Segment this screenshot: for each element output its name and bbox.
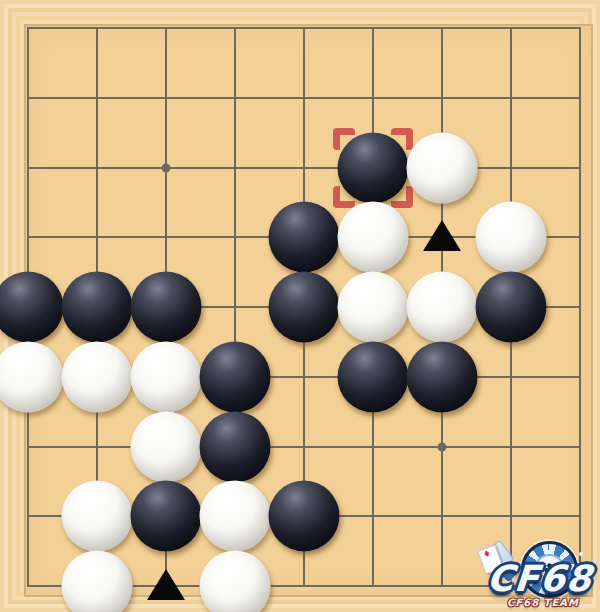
white-stone [131, 411, 202, 482]
triangle-mark [423, 220, 461, 251]
white-stone [407, 132, 478, 203]
black-stone [200, 411, 271, 482]
white-stone [200, 481, 271, 552]
black-stone [476, 272, 547, 343]
white-stone [476, 202, 547, 273]
triangle-mark [147, 569, 185, 600]
white-stone [62, 481, 133, 552]
star-point [438, 442, 447, 451]
black-stone [269, 202, 340, 273]
watermark-subtitle: CF68 TEAM [493, 598, 593, 608]
black-stone [338, 341, 409, 412]
white-stone [338, 272, 409, 343]
black-stone [131, 272, 202, 343]
sparkle-icon [579, 552, 583, 556]
watermark-title: CF68 [477, 561, 600, 597]
black-stone [407, 341, 478, 412]
black-stone [200, 341, 271, 412]
go-app-screen: ♦ ♣ CF68 CF68 TEAM [0, 0, 600, 612]
white-stone [62, 341, 133, 412]
watermark-logo: ♦ ♣ CF68 CF68 TEAM [479, 540, 600, 612]
black-stone [269, 481, 340, 552]
black-stone [338, 132, 409, 203]
star-point [162, 163, 171, 172]
grid-line-horizontal [27, 446, 581, 448]
white-stone [131, 341, 202, 412]
white-stone [62, 551, 133, 612]
black-stone [269, 272, 340, 343]
black-stone [131, 481, 202, 552]
white-stone [407, 272, 478, 343]
white-stone [338, 202, 409, 273]
grid-line-vertical [579, 27, 581, 587]
white-stone [200, 551, 271, 612]
black-stone [62, 272, 133, 343]
